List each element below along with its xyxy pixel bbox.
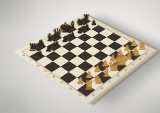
board-squares: ♜♞♝♛♚♝♞♜♟♟♟♟♟♟♟♟♟♟♟♟♟♟♟♟♜♞♝♛♚♝♞♜ <box>23 18 147 97</box>
chessboard: 87654321 abcdefgh ♜♞♝♛♚♝♞♜♟♟♟♟♟♟♟♟♟♟♟♟♟♟… <box>14 14 155 104</box>
black-rook: ♜ <box>73 14 100 23</box>
photo-scene: 87654321 abcdefgh ♜♞♝♛♚♝♞♜♟♟♟♟♟♟♟♟♟♟♟♟♟♟… <box>0 0 160 113</box>
